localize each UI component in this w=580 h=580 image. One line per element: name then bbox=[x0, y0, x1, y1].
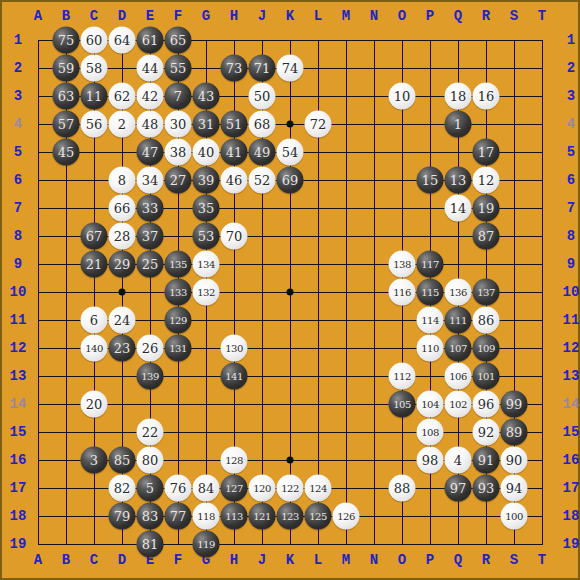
stone-black-29: 29 bbox=[109, 251, 136, 278]
move-number: 82 bbox=[114, 482, 131, 495]
column-label: M bbox=[342, 9, 350, 23]
stone-white-64: 64 bbox=[109, 27, 136, 54]
stone-black-79: 79 bbox=[109, 503, 136, 530]
grid-line-vertical bbox=[542, 40, 543, 545]
move-number: 134 bbox=[197, 259, 215, 269]
stone-black-131: 131 bbox=[165, 335, 192, 362]
column-label: F bbox=[174, 553, 182, 567]
move-number: 64 bbox=[114, 34, 131, 47]
move-number: 54 bbox=[282, 146, 299, 159]
stone-white-84: 84 bbox=[193, 475, 220, 502]
column-label: C bbox=[90, 9, 98, 23]
column-label: H bbox=[230, 553, 238, 567]
row-label: 10 bbox=[10, 285, 27, 299]
star-point bbox=[119, 289, 126, 296]
move-number: 17 bbox=[478, 146, 495, 159]
stone-white-128: 128 bbox=[221, 447, 248, 474]
column-label: R bbox=[482, 553, 490, 567]
row-label: 8 bbox=[567, 229, 575, 243]
stone-black-105: 105 bbox=[389, 391, 416, 418]
row-label: 14 bbox=[563, 397, 580, 411]
move-number: 113 bbox=[225, 511, 243, 521]
stone-white-100: 100 bbox=[501, 503, 528, 530]
stone-black-123: 123 bbox=[277, 503, 304, 530]
column-label: P bbox=[426, 553, 434, 567]
row-label: 1 bbox=[567, 33, 575, 47]
move-number: 11 bbox=[86, 90, 103, 103]
stone-black-13: 13 bbox=[445, 167, 472, 194]
move-number: 128 bbox=[225, 455, 243, 465]
grid-line-vertical bbox=[374, 40, 375, 545]
stone-black-127: 127 bbox=[221, 475, 248, 502]
move-number: 22 bbox=[142, 426, 159, 439]
move-number: 73 bbox=[226, 62, 243, 75]
stone-white-110: 110 bbox=[417, 335, 444, 362]
move-number: 121 bbox=[253, 511, 271, 521]
stone-black-47: 47 bbox=[137, 139, 164, 166]
stone-white-76: 76 bbox=[165, 475, 192, 502]
row-label: 12 bbox=[563, 341, 580, 355]
stone-white-30: 30 bbox=[165, 111, 192, 138]
stone-black-93: 93 bbox=[473, 475, 500, 502]
row-label: 15 bbox=[10, 425, 27, 439]
move-number: 63 bbox=[58, 90, 75, 103]
move-number: 72 bbox=[310, 118, 327, 131]
move-number: 33 bbox=[142, 202, 159, 215]
move-number: 24 bbox=[114, 314, 131, 327]
stone-black-77: 77 bbox=[165, 503, 192, 530]
move-number: 74 bbox=[282, 62, 299, 75]
stone-white-22: 22 bbox=[137, 419, 164, 446]
move-number: 59 bbox=[58, 62, 75, 75]
move-number: 39 bbox=[198, 174, 215, 187]
move-number: 99 bbox=[506, 398, 523, 411]
move-number: 77 bbox=[170, 510, 187, 523]
move-number: 136 bbox=[449, 287, 467, 297]
stone-white-56: 56 bbox=[81, 111, 108, 138]
stone-black-1: 1 bbox=[445, 111, 472, 138]
move-number: 68 bbox=[254, 118, 271, 131]
move-number: 20 bbox=[86, 398, 103, 411]
move-number: 96 bbox=[478, 398, 495, 411]
move-number: 10 bbox=[394, 90, 411, 103]
stone-white-2: 2 bbox=[109, 111, 136, 138]
stone-white-58: 58 bbox=[81, 55, 108, 82]
column-label: T bbox=[538, 9, 546, 23]
move-number: 65 bbox=[170, 34, 187, 47]
stone-white-8: 8 bbox=[109, 167, 136, 194]
move-number: 56 bbox=[86, 118, 103, 131]
move-number: 38 bbox=[170, 146, 187, 159]
stone-white-134: 134 bbox=[193, 251, 220, 278]
stone-white-72: 72 bbox=[305, 111, 332, 138]
move-number: 91 bbox=[478, 454, 495, 467]
stone-black-129: 129 bbox=[165, 307, 192, 334]
move-number: 40 bbox=[198, 146, 215, 159]
stone-black-67: 67 bbox=[81, 223, 108, 250]
column-label: K bbox=[286, 553, 294, 567]
column-label: G bbox=[202, 9, 210, 23]
stone-white-54: 54 bbox=[277, 139, 304, 166]
column-label: Q bbox=[454, 553, 462, 567]
move-number: 71 bbox=[254, 62, 271, 75]
star-point bbox=[287, 121, 294, 128]
move-number: 42 bbox=[142, 90, 159, 103]
move-number: 79 bbox=[114, 510, 131, 523]
stone-black-3: 3 bbox=[81, 447, 108, 474]
move-number: 47 bbox=[142, 146, 159, 159]
move-number: 85 bbox=[114, 454, 131, 467]
row-label: 18 bbox=[10, 509, 27, 523]
move-number: 16 bbox=[478, 90, 495, 103]
move-number: 130 bbox=[225, 343, 243, 353]
stone-black-119: 119 bbox=[193, 531, 220, 558]
row-label: 13 bbox=[10, 369, 27, 383]
stone-black-45: 45 bbox=[53, 139, 80, 166]
stone-white-52: 52 bbox=[249, 167, 276, 194]
stone-black-117: 117 bbox=[417, 251, 444, 278]
stone-black-101: 101 bbox=[473, 363, 500, 390]
column-label: A bbox=[34, 553, 42, 567]
stone-white-94: 94 bbox=[501, 475, 528, 502]
move-number: 3 bbox=[90, 454, 98, 467]
row-label: 16 bbox=[563, 453, 580, 467]
move-number: 116 bbox=[393, 287, 411, 297]
stone-black-35: 35 bbox=[193, 195, 220, 222]
row-label: 11 bbox=[10, 313, 27, 327]
move-number: 62 bbox=[114, 90, 131, 103]
column-label: L bbox=[314, 9, 322, 23]
stone-black-91: 91 bbox=[473, 447, 500, 474]
move-number: 111 bbox=[449, 315, 467, 325]
move-number: 141 bbox=[225, 371, 243, 381]
stone-white-130: 130 bbox=[221, 335, 248, 362]
move-number: 137 bbox=[477, 287, 495, 297]
move-number: 114 bbox=[421, 315, 439, 325]
stone-white-14: 14 bbox=[445, 195, 472, 222]
stone-white-106: 106 bbox=[445, 363, 472, 390]
row-label: 19 bbox=[10, 537, 27, 551]
stone-white-44: 44 bbox=[137, 55, 164, 82]
move-number: 4 bbox=[454, 454, 462, 467]
move-number: 92 bbox=[478, 426, 495, 439]
row-label: 6 bbox=[14, 173, 22, 187]
stone-black-99: 99 bbox=[501, 391, 528, 418]
stone-black-111: 111 bbox=[445, 307, 472, 334]
stone-black-49: 49 bbox=[249, 139, 276, 166]
stone-black-25: 25 bbox=[137, 251, 164, 278]
move-number: 117 bbox=[421, 259, 439, 269]
column-label: P bbox=[426, 9, 434, 23]
move-number: 115 bbox=[421, 287, 439, 297]
move-number: 23 bbox=[114, 342, 131, 355]
move-number: 81 bbox=[142, 538, 159, 551]
stone-white-40: 40 bbox=[193, 139, 220, 166]
star-point bbox=[287, 457, 294, 464]
stone-white-114: 114 bbox=[417, 307, 444, 334]
stone-black-27: 27 bbox=[165, 167, 192, 194]
column-label: J bbox=[258, 553, 266, 567]
stone-black-115: 115 bbox=[417, 279, 444, 306]
move-number: 55 bbox=[170, 62, 187, 75]
column-label: A bbox=[34, 9, 42, 23]
stone-black-137: 137 bbox=[473, 279, 500, 306]
move-number: 5 bbox=[146, 482, 154, 495]
column-label: S bbox=[510, 9, 518, 23]
move-number: 90 bbox=[506, 454, 523, 467]
move-number: 14 bbox=[450, 202, 467, 215]
move-number: 84 bbox=[198, 482, 215, 495]
row-label: 2 bbox=[14, 61, 22, 75]
stone-black-65: 65 bbox=[165, 27, 192, 54]
move-number: 57 bbox=[58, 118, 75, 131]
stone-black-73: 73 bbox=[221, 55, 248, 82]
row-label: 11 bbox=[563, 313, 580, 327]
column-label: O bbox=[398, 553, 406, 567]
move-number: 133 bbox=[169, 287, 187, 297]
stone-black-71: 71 bbox=[249, 55, 276, 82]
move-number: 19 bbox=[478, 202, 495, 215]
stone-black-61: 61 bbox=[137, 27, 164, 54]
row-label: 12 bbox=[10, 341, 27, 355]
row-label: 2 bbox=[567, 61, 575, 75]
move-number: 88 bbox=[394, 482, 411, 495]
stone-black-109: 109 bbox=[473, 335, 500, 362]
stone-white-50: 50 bbox=[249, 83, 276, 110]
row-label: 17 bbox=[10, 481, 27, 495]
stone-white-28: 28 bbox=[109, 223, 136, 250]
row-label: 13 bbox=[563, 369, 580, 383]
move-number: 112 bbox=[393, 371, 411, 381]
stone-black-23: 23 bbox=[109, 335, 136, 362]
stone-black-85: 85 bbox=[109, 447, 136, 474]
row-label: 7 bbox=[567, 201, 575, 215]
stone-white-96: 96 bbox=[473, 391, 500, 418]
move-number: 7 bbox=[174, 90, 182, 103]
move-number: 109 bbox=[477, 343, 495, 353]
stone-white-66: 66 bbox=[109, 195, 136, 222]
stone-black-139: 139 bbox=[137, 363, 164, 390]
move-number: 108 bbox=[421, 427, 439, 437]
go-board-app: AABBCCDDEEFFGGHHJJKKLLMMNNOOPPQQRRSSTT11… bbox=[0, 0, 580, 580]
move-number: 46 bbox=[226, 174, 243, 187]
move-number: 53 bbox=[198, 230, 215, 243]
column-label: M bbox=[342, 553, 350, 567]
stone-black-141: 141 bbox=[221, 363, 248, 390]
move-number: 102 bbox=[449, 399, 467, 409]
stone-black-51: 51 bbox=[221, 111, 248, 138]
stone-white-140: 140 bbox=[81, 335, 108, 362]
stone-white-10: 10 bbox=[389, 83, 416, 110]
stone-black-81: 81 bbox=[137, 531, 164, 558]
move-number: 75 bbox=[58, 34, 75, 47]
stone-black-89: 89 bbox=[501, 419, 528, 446]
move-number: 28 bbox=[114, 230, 131, 243]
column-label: L bbox=[314, 553, 322, 567]
stone-white-122: 122 bbox=[277, 475, 304, 502]
move-number: 44 bbox=[142, 62, 159, 75]
stone-black-87: 87 bbox=[473, 223, 500, 250]
grid-line-horizontal bbox=[38, 544, 543, 545]
move-number: 101 bbox=[477, 371, 495, 381]
column-label: F bbox=[174, 9, 182, 23]
move-number: 139 bbox=[141, 371, 159, 381]
move-number: 135 bbox=[169, 259, 187, 269]
stone-black-113: 113 bbox=[221, 503, 248, 530]
row-label: 16 bbox=[10, 453, 27, 467]
move-number: 43 bbox=[198, 90, 215, 103]
grid-line-vertical bbox=[346, 40, 347, 545]
stone-white-92: 92 bbox=[473, 419, 500, 446]
stone-white-4: 4 bbox=[445, 447, 472, 474]
stone-black-55: 55 bbox=[165, 55, 192, 82]
column-label: R bbox=[482, 9, 490, 23]
column-label: D bbox=[118, 9, 126, 23]
stone-white-88: 88 bbox=[389, 475, 416, 502]
stone-white-12: 12 bbox=[473, 167, 500, 194]
stone-black-19: 19 bbox=[473, 195, 500, 222]
move-number: 104 bbox=[421, 399, 439, 409]
move-number: 15 bbox=[422, 174, 439, 187]
star-point bbox=[287, 289, 294, 296]
move-number: 118 bbox=[197, 511, 215, 521]
move-number: 100 bbox=[505, 511, 523, 521]
move-number: 29 bbox=[114, 258, 131, 271]
stone-white-20: 20 bbox=[81, 391, 108, 418]
move-number: 107 bbox=[449, 343, 467, 353]
move-number: 8 bbox=[118, 174, 126, 187]
grid-line-horizontal bbox=[38, 432, 543, 433]
column-label: T bbox=[538, 553, 546, 567]
move-number: 26 bbox=[142, 342, 159, 355]
move-number: 97 bbox=[450, 482, 467, 495]
move-number: 138 bbox=[393, 259, 411, 269]
stone-black-83: 83 bbox=[137, 503, 164, 530]
row-label: 3 bbox=[14, 89, 22, 103]
stone-white-118: 118 bbox=[193, 503, 220, 530]
stone-black-59: 59 bbox=[53, 55, 80, 82]
move-number: 70 bbox=[226, 230, 243, 243]
stone-white-68: 68 bbox=[249, 111, 276, 138]
stone-black-97: 97 bbox=[445, 475, 472, 502]
stone-black-135: 135 bbox=[165, 251, 192, 278]
move-number: 52 bbox=[254, 174, 271, 187]
move-number: 106 bbox=[449, 371, 467, 381]
row-label: 14 bbox=[10, 397, 27, 411]
stone-black-133: 133 bbox=[165, 279, 192, 306]
stone-black-63: 63 bbox=[53, 83, 80, 110]
row-label: 5 bbox=[567, 145, 575, 159]
stone-black-75: 75 bbox=[53, 27, 80, 54]
move-number: 120 bbox=[253, 483, 271, 493]
column-label: D bbox=[118, 553, 126, 567]
move-number: 140 bbox=[85, 343, 103, 353]
move-number: 6 bbox=[90, 314, 98, 327]
move-number: 30 bbox=[170, 118, 187, 131]
move-number: 51 bbox=[226, 118, 243, 131]
stone-black-69: 69 bbox=[277, 167, 304, 194]
stone-white-70: 70 bbox=[221, 223, 248, 250]
move-number: 12 bbox=[478, 174, 495, 187]
stone-white-16: 16 bbox=[473, 83, 500, 110]
move-number: 131 bbox=[169, 343, 187, 353]
stone-white-26: 26 bbox=[137, 335, 164, 362]
stone-white-98: 98 bbox=[417, 447, 444, 474]
row-label: 9 bbox=[567, 257, 575, 271]
stone-white-48: 48 bbox=[137, 111, 164, 138]
move-number: 69 bbox=[282, 174, 299, 187]
move-number: 66 bbox=[114, 202, 131, 215]
move-number: 45 bbox=[58, 146, 75, 159]
move-number: 94 bbox=[506, 482, 523, 495]
move-number: 76 bbox=[170, 482, 187, 495]
stone-white-132: 132 bbox=[193, 279, 220, 306]
row-label: 5 bbox=[14, 145, 22, 159]
row-label: 1 bbox=[14, 33, 22, 47]
move-number: 60 bbox=[86, 34, 103, 47]
row-label: 10 bbox=[563, 285, 580, 299]
move-number: 21 bbox=[86, 258, 103, 271]
move-number: 119 bbox=[197, 539, 215, 549]
stone-white-126: 126 bbox=[333, 503, 360, 530]
row-label: 4 bbox=[567, 117, 575, 131]
column-label: H bbox=[230, 9, 238, 23]
column-label: C bbox=[90, 553, 98, 567]
stone-black-31: 31 bbox=[193, 111, 220, 138]
move-number: 35 bbox=[198, 202, 215, 215]
stone-white-46: 46 bbox=[221, 167, 248, 194]
move-number: 50 bbox=[254, 90, 271, 103]
stone-black-43: 43 bbox=[193, 83, 220, 110]
row-label: 4 bbox=[14, 117, 22, 131]
move-number: 67 bbox=[86, 230, 103, 243]
column-label: K bbox=[286, 9, 294, 23]
stone-black-33: 33 bbox=[137, 195, 164, 222]
stone-black-21: 21 bbox=[81, 251, 108, 278]
move-number: 37 bbox=[142, 230, 159, 243]
column-label: J bbox=[258, 9, 266, 23]
move-number: 31 bbox=[198, 118, 215, 131]
column-label: Q bbox=[454, 9, 462, 23]
stone-black-53: 53 bbox=[193, 223, 220, 250]
stone-white-116: 116 bbox=[389, 279, 416, 306]
stone-black-107: 107 bbox=[445, 335, 472, 362]
stone-white-24: 24 bbox=[109, 307, 136, 334]
row-label: 7 bbox=[14, 201, 22, 215]
row-label: 17 bbox=[563, 481, 580, 495]
stone-white-86: 86 bbox=[473, 307, 500, 334]
stone-white-90: 90 bbox=[501, 447, 528, 474]
stone-white-102: 102 bbox=[445, 391, 472, 418]
move-number: 87 bbox=[478, 230, 495, 243]
stone-white-60: 60 bbox=[81, 27, 108, 54]
stone-black-17: 17 bbox=[473, 139, 500, 166]
stone-white-74: 74 bbox=[277, 55, 304, 82]
stone-black-37: 37 bbox=[137, 223, 164, 250]
row-label: 3 bbox=[567, 89, 575, 103]
move-number: 2 bbox=[118, 118, 126, 131]
stone-black-39: 39 bbox=[193, 167, 220, 194]
row-label: 6 bbox=[567, 173, 575, 187]
move-number: 61 bbox=[142, 34, 159, 47]
move-number: 123 bbox=[281, 511, 299, 521]
stone-black-11: 11 bbox=[81, 83, 108, 110]
move-number: 34 bbox=[142, 174, 159, 187]
column-label: O bbox=[398, 9, 406, 23]
stone-black-121: 121 bbox=[249, 503, 276, 530]
stone-white-80: 80 bbox=[137, 447, 164, 474]
move-number: 58 bbox=[86, 62, 103, 75]
